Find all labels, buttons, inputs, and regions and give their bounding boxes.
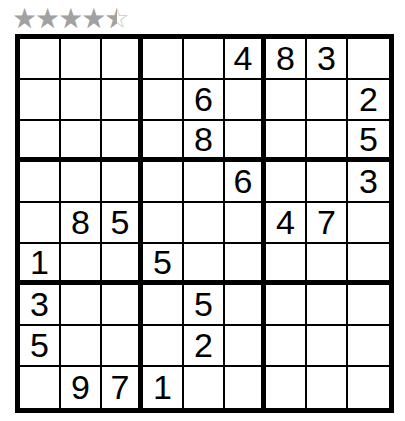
cell-r9c7[interactable] (266, 367, 307, 408)
cell-r5c2-given[interactable]: 8 (61, 203, 102, 244)
cell-r7c8[interactable] (307, 285, 348, 326)
full-star-icon: ★ (35, 2, 58, 35)
cell-r1c2[interactable] (61, 39, 102, 80)
cell-r7c6[interactable] (225, 285, 266, 326)
cell-r9c9[interactable] (348, 367, 389, 408)
cell-r7c9[interactable] (348, 285, 389, 326)
cell-r7c7[interactable] (266, 285, 307, 326)
cell-r4c5[interactable] (184, 162, 225, 203)
cell-r2c8[interactable] (307, 80, 348, 121)
cell-r3c7[interactable] (266, 121, 307, 162)
difficulty-rating: ★★★★☆★ (12, 5, 405, 33)
cell-r5c1[interactable] (20, 203, 61, 244)
full-star-icon: ★ (81, 2, 104, 35)
cell-r1c6-given[interactable]: 4 (225, 39, 266, 80)
cell-r6c4-given[interactable]: 5 (143, 244, 184, 285)
sudoku-board: 4836285638547153552971 (15, 34, 394, 413)
cell-r2c6[interactable] (225, 80, 266, 121)
cell-r8c1-given[interactable]: 5 (20, 326, 61, 367)
sudoku-page: ★★★★☆★ 4836285638547153552971 (0, 0, 405, 421)
full-star-icon: ★ (58, 2, 81, 35)
cell-r3c9-given[interactable]: 5 (348, 121, 389, 162)
cell-r2c2[interactable] (61, 80, 102, 121)
cell-r5c8-given[interactable]: 7 (307, 203, 348, 244)
cell-r2c7[interactable] (266, 80, 307, 121)
cell-r3c3[interactable] (102, 121, 143, 162)
cell-r2c1[interactable] (20, 80, 61, 121)
cell-r1c1[interactable] (20, 39, 61, 80)
cell-r4c2[interactable] (61, 162, 102, 203)
cell-r3c1[interactable] (20, 121, 61, 162)
cell-r5c7-given[interactable]: 4 (266, 203, 307, 244)
cell-r2c9-given[interactable]: 2 (348, 80, 389, 121)
cell-r4c6-given[interactable]: 6 (225, 162, 266, 203)
cell-r5c3-given[interactable]: 5 (102, 203, 143, 244)
cell-r7c5-given[interactable]: 5 (184, 285, 225, 326)
half-star-fill: ★ (104, 5, 117, 33)
cell-r2c4[interactable] (143, 80, 184, 121)
cell-r2c3[interactable] (102, 80, 143, 121)
cell-r6c1-given[interactable]: 1 (20, 244, 61, 285)
cell-r9c3-given[interactable]: 7 (102, 367, 143, 408)
cell-r5c9[interactable] (348, 203, 389, 244)
cell-r9c1[interactable] (20, 367, 61, 408)
cell-r6c7[interactable] (266, 244, 307, 285)
cell-r4c4[interactable] (143, 162, 184, 203)
cell-r9c4-given[interactable]: 1 (143, 367, 184, 408)
cell-r6c2[interactable] (61, 244, 102, 285)
cell-r3c8[interactable] (307, 121, 348, 162)
cell-r3c2[interactable] (61, 121, 102, 162)
cell-r9c5[interactable] (184, 367, 225, 408)
cell-r6c3[interactable] (102, 244, 143, 285)
cell-r8c9[interactable] (348, 326, 389, 367)
cell-r5c4[interactable] (143, 203, 184, 244)
cell-r8c8[interactable] (307, 326, 348, 367)
cell-r1c3[interactable] (102, 39, 143, 80)
cell-r1c9[interactable] (348, 39, 389, 80)
cell-r4c9-given[interactable]: 3 (348, 162, 389, 203)
cell-r8c7[interactable] (266, 326, 307, 367)
cell-r8c3[interactable] (102, 326, 143, 367)
cell-r9c8[interactable] (307, 367, 348, 408)
cell-r8c6[interactable] (225, 326, 266, 367)
cell-r3c4[interactable] (143, 121, 184, 162)
cell-r6c5[interactable] (184, 244, 225, 285)
cell-r8c5-given[interactable]: 2 (184, 326, 225, 367)
cell-r9c6[interactable] (225, 367, 266, 408)
cell-r2c5-given[interactable]: 6 (184, 80, 225, 121)
half-star-icon: ☆★ (104, 5, 127, 33)
cell-r7c1-given[interactable]: 3 (20, 285, 61, 326)
cell-r7c2[interactable] (61, 285, 102, 326)
cell-r1c8-given[interactable]: 3 (307, 39, 348, 80)
cell-r8c4[interactable] (143, 326, 184, 367)
cell-r4c7[interactable] (266, 162, 307, 203)
cell-r9c2-given[interactable]: 9 (61, 367, 102, 408)
full-star-icon: ★ (12, 2, 35, 35)
cell-r7c3[interactable] (102, 285, 143, 326)
cell-r3c5-given[interactable]: 8 (184, 121, 225, 162)
cell-r1c5[interactable] (184, 39, 225, 80)
cell-r1c7-given[interactable]: 8 (266, 39, 307, 80)
cell-r6c8[interactable] (307, 244, 348, 285)
cell-r4c1[interactable] (20, 162, 61, 203)
cell-r6c6[interactable] (225, 244, 266, 285)
cell-r5c6[interactable] (225, 203, 266, 244)
cell-r4c8[interactable] (307, 162, 348, 203)
cell-r1c4[interactable] (143, 39, 184, 80)
cell-r4c3[interactable] (102, 162, 143, 203)
cell-r3c6[interactable] (225, 121, 266, 162)
cell-r5c5[interactable] (184, 203, 225, 244)
cell-r7c4[interactable] (143, 285, 184, 326)
cell-r6c9[interactable] (348, 244, 389, 285)
cell-r8c2[interactable] (61, 326, 102, 367)
